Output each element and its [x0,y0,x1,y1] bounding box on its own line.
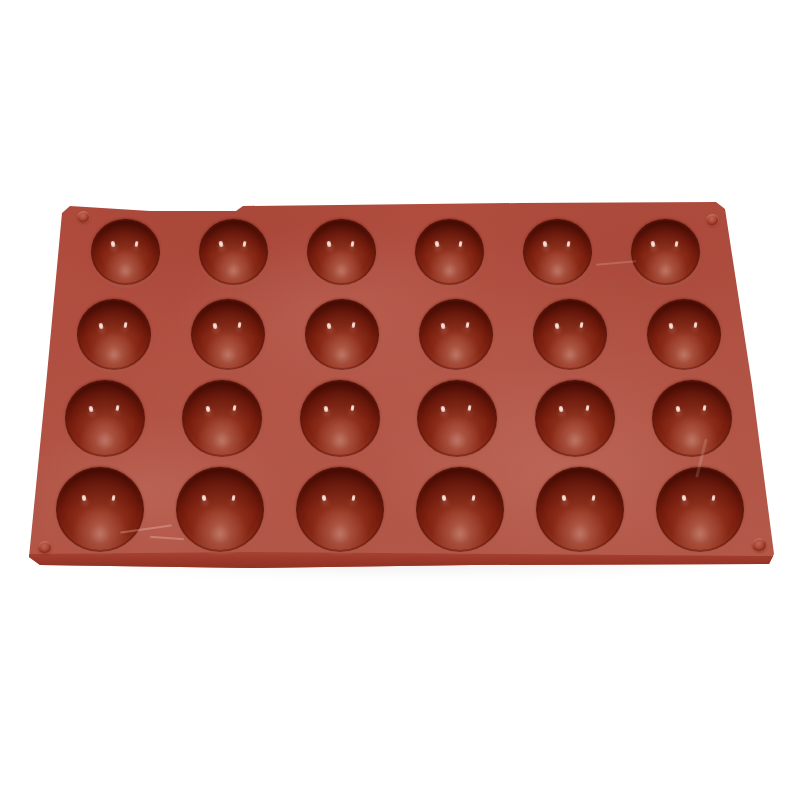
hemisphere-cavity [535,380,615,457]
cavity-row [40,461,760,557]
hemisphere-cavity [56,467,144,552]
cavity-row [71,211,719,293]
hemisphere-cavity [305,299,379,370]
hemisphere-cavity [533,299,607,370]
corner-foot-top-left [77,211,90,223]
hemisphere-cavity [656,467,744,552]
hemisphere-cavity [416,467,504,552]
hemisphere-cavity [415,219,484,285]
hemisphere-cavity [417,380,497,457]
cavity-row [46,375,751,461]
hemisphere-cavity [536,467,624,552]
hemisphere-cavity [300,380,380,457]
hemisphere-cavity [523,219,592,285]
hemisphere-cavity [176,467,264,552]
corner-foot-bottom-left [38,541,52,554]
product-photo-canvas [0,0,800,800]
hemisphere-cavity [77,299,151,370]
silicone-mold-tray [0,0,800,800]
hemisphere-cavity [182,380,262,457]
hemisphere-cavity [296,467,384,552]
corner-foot-top-right [706,214,719,226]
cavity-grid [0,211,800,557]
hemisphere-cavity [307,219,376,285]
hemisphere-cavity [647,299,721,370]
hemisphere-cavity [419,299,493,370]
cavity-row [57,293,741,375]
hemisphere-cavity [652,380,732,457]
hemisphere-cavity [191,299,265,370]
hemisphere-cavity [631,219,700,285]
hemisphere-cavity [91,219,160,285]
hemisphere-cavity [65,380,145,457]
hemisphere-cavity [199,219,268,285]
corner-foot-bottom-right [752,538,767,552]
